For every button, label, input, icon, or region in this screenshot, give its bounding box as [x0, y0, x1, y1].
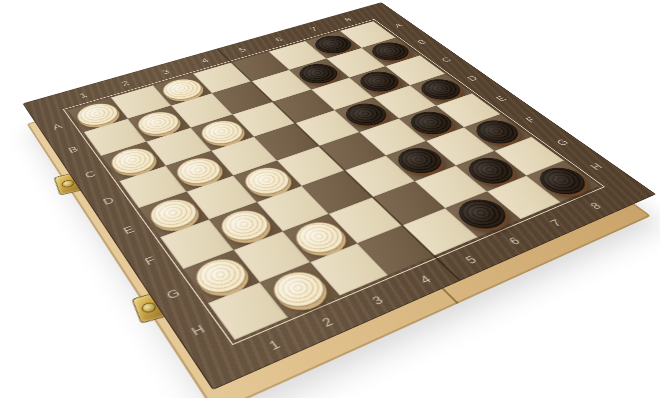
- light-checker-D2[interactable]: [170, 153, 228, 188]
- light-checker-C1[interactable]: [105, 144, 162, 178]
- checkers-board: 12345678 12345678 ABCDEFGH ABCDEFGH: [23, 2, 657, 390]
- product-photo-stage: 12345678 12345678 ABCDEFGH ABCDEFGH: [0, 0, 660, 398]
- square-F1[interactable]: [160, 219, 234, 268]
- right-label-H: H: [570, 151, 624, 184]
- square-E3[interactable]: [233, 161, 302, 203]
- square-F2[interactable]: [209, 202, 282, 249]
- square-G2[interactable]: [234, 231, 310, 282]
- dark-checker-F6[interactable]: [391, 144, 451, 178]
- dark-checker-H6[interactable]: [450, 194, 515, 234]
- square-D1[interactable]: [119, 166, 187, 208]
- square-E4[interactable]: [277, 146, 345, 186]
- square-H8[interactable]: [526, 160, 599, 202]
- square-G7[interactable]: [455, 151, 526, 192]
- square-G5[interactable]: [372, 181, 445, 225]
- light-checker-F2[interactable]: [214, 205, 277, 246]
- square-H4[interactable]: [357, 225, 434, 275]
- coords-bottom: 12345678: [239, 190, 623, 366]
- dark-checker-G7[interactable]: [460, 153, 522, 188]
- coords-left: ABCDEFGH: [38, 112, 225, 355]
- square-H5[interactable]: [402, 208, 478, 256]
- square-H2[interactable]: [260, 262, 339, 317]
- light-checker-G1[interactable]: [188, 253, 255, 299]
- board-frame: 12345678 12345678 ABCDEFGH ABCDEFGH: [23, 2, 657, 390]
- square-H7[interactable]: [486, 176, 560, 220]
- dark-checker-H8[interactable]: [531, 163, 595, 199]
- square-G6[interactable]: [415, 165, 487, 207]
- square-C1[interactable]: [101, 141, 166, 181]
- light-checker-G3[interactable]: [287, 217, 352, 259]
- square-H3[interactable]: [309, 243, 387, 296]
- light-checker-H2[interactable]: [265, 266, 334, 314]
- square-H6[interactable]: [445, 191, 520, 237]
- square-E2[interactable]: [187, 176, 257, 220]
- square-F3[interactable]: [256, 186, 328, 231]
- light-checker-E3[interactable]: [237, 163, 297, 199]
- light-checker-E1[interactable]: [143, 194, 204, 234]
- square-F4[interactable]: [302, 171, 373, 214]
- square-G3[interactable]: [282, 214, 357, 263]
- square-D2[interactable]: [166, 151, 233, 192]
- square-E1[interactable]: [139, 192, 209, 238]
- square-F5[interactable]: [345, 156, 415, 197]
- square-F6[interactable]: [386, 141, 455, 181]
- square-G1[interactable]: [183, 250, 260, 303]
- board-grid: [68, 21, 599, 340]
- square-H1[interactable]: [208, 282, 289, 340]
- square-G4[interactable]: [328, 197, 402, 243]
